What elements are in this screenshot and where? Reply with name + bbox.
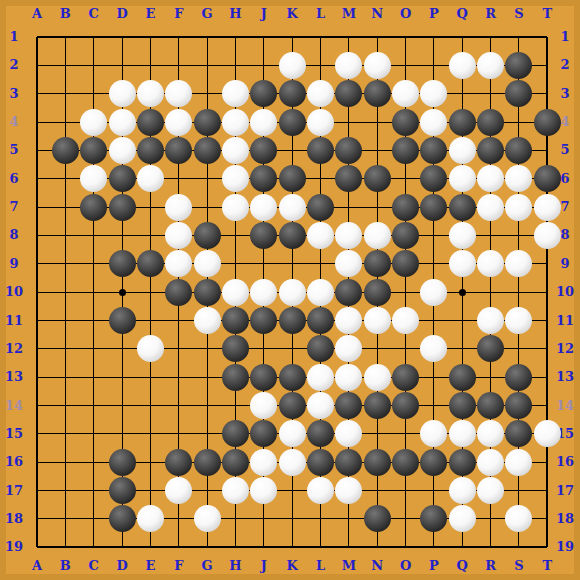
intersection-D14[interactable] bbox=[108, 391, 136, 419]
intersection-O12[interactable] bbox=[391, 335, 419, 363]
intersection-S13[interactable] bbox=[505, 363, 533, 391]
intersection-M6[interactable] bbox=[335, 165, 363, 193]
intersection-A17[interactable] bbox=[23, 476, 51, 504]
intersection-R17[interactable] bbox=[476, 476, 504, 504]
intersection-C15[interactable] bbox=[79, 420, 107, 448]
intersection-M15[interactable] bbox=[335, 420, 363, 448]
intersection-B6[interactable] bbox=[51, 165, 79, 193]
intersection-P9[interactable] bbox=[420, 250, 448, 278]
intersection-O18[interactable] bbox=[391, 505, 419, 533]
intersection-J17[interactable] bbox=[250, 476, 278, 504]
intersection-T8[interactable] bbox=[533, 221, 561, 249]
intersection-T15[interactable] bbox=[533, 420, 561, 448]
intersection-Q4[interactable] bbox=[448, 108, 476, 136]
intersection-F10[interactable] bbox=[165, 278, 193, 306]
intersection-K13[interactable] bbox=[278, 363, 306, 391]
intersection-C16[interactable] bbox=[79, 448, 107, 476]
intersection-B1[interactable] bbox=[51, 23, 79, 51]
intersection-M17[interactable] bbox=[335, 476, 363, 504]
intersection-A1[interactable] bbox=[23, 23, 51, 51]
intersection-C7[interactable] bbox=[79, 193, 107, 221]
intersection-Q1[interactable] bbox=[448, 23, 476, 51]
intersection-P1[interactable] bbox=[420, 23, 448, 51]
intersection-A11[interactable] bbox=[23, 306, 51, 334]
intersection-L4[interactable] bbox=[306, 108, 334, 136]
intersection-K7[interactable] bbox=[278, 193, 306, 221]
intersection-N7[interactable] bbox=[363, 193, 391, 221]
intersection-H11[interactable] bbox=[221, 306, 249, 334]
intersection-H14[interactable] bbox=[221, 391, 249, 419]
intersection-F7[interactable] bbox=[165, 193, 193, 221]
intersection-A5[interactable] bbox=[23, 136, 51, 164]
intersection-P17[interactable] bbox=[420, 476, 448, 504]
intersection-O16[interactable] bbox=[391, 448, 419, 476]
intersection-H2[interactable] bbox=[221, 51, 249, 79]
intersection-A18[interactable] bbox=[23, 505, 51, 533]
intersection-J5[interactable] bbox=[250, 136, 278, 164]
intersection-J8[interactable] bbox=[250, 221, 278, 249]
intersection-O14[interactable] bbox=[391, 391, 419, 419]
intersection-R1[interactable] bbox=[476, 23, 504, 51]
intersection-J2[interactable] bbox=[250, 51, 278, 79]
intersection-B14[interactable] bbox=[51, 391, 79, 419]
intersection-H10[interactable] bbox=[221, 278, 249, 306]
intersection-G9[interactable] bbox=[193, 250, 221, 278]
intersection-B12[interactable] bbox=[51, 335, 79, 363]
intersection-D17[interactable] bbox=[108, 476, 136, 504]
intersection-J1[interactable] bbox=[250, 23, 278, 51]
intersection-P2[interactable] bbox=[420, 51, 448, 79]
intersection-L2[interactable] bbox=[306, 51, 334, 79]
intersection-B2[interactable] bbox=[51, 51, 79, 79]
intersection-S3[interactable] bbox=[505, 79, 533, 107]
intersection-K8[interactable] bbox=[278, 221, 306, 249]
intersection-P15[interactable] bbox=[420, 420, 448, 448]
intersection-R13[interactable] bbox=[476, 363, 504, 391]
intersection-C1[interactable] bbox=[79, 23, 107, 51]
intersection-S17[interactable] bbox=[505, 476, 533, 504]
intersection-O9[interactable] bbox=[391, 250, 419, 278]
intersection-D2[interactable] bbox=[108, 51, 136, 79]
intersection-M11[interactable] bbox=[335, 306, 363, 334]
intersection-J15[interactable] bbox=[250, 420, 278, 448]
intersection-S5[interactable] bbox=[505, 136, 533, 164]
intersection-C11[interactable] bbox=[79, 306, 107, 334]
intersection-R10[interactable] bbox=[476, 278, 504, 306]
intersection-D10[interactable] bbox=[108, 278, 136, 306]
intersection-R3[interactable] bbox=[476, 79, 504, 107]
intersection-K11[interactable] bbox=[278, 306, 306, 334]
intersection-M10[interactable] bbox=[335, 278, 363, 306]
intersection-J13[interactable] bbox=[250, 363, 278, 391]
intersection-S9[interactable] bbox=[505, 250, 533, 278]
intersection-R9[interactable] bbox=[476, 250, 504, 278]
intersection-E7[interactable] bbox=[136, 193, 164, 221]
intersection-H12[interactable] bbox=[221, 335, 249, 363]
intersection-J3[interactable] bbox=[250, 79, 278, 107]
intersection-P4[interactable] bbox=[420, 108, 448, 136]
intersection-M8[interactable] bbox=[335, 221, 363, 249]
intersection-E10[interactable] bbox=[136, 278, 164, 306]
intersection-S7[interactable] bbox=[505, 193, 533, 221]
intersection-G10[interactable] bbox=[193, 278, 221, 306]
intersection-R6[interactable] bbox=[476, 165, 504, 193]
intersection-Q18[interactable] bbox=[448, 505, 476, 533]
intersection-D16[interactable] bbox=[108, 448, 136, 476]
intersection-C14[interactable] bbox=[79, 391, 107, 419]
intersection-G14[interactable] bbox=[193, 391, 221, 419]
intersection-Q5[interactable] bbox=[448, 136, 476, 164]
intersection-M3[interactable] bbox=[335, 79, 363, 107]
intersection-D8[interactable] bbox=[108, 221, 136, 249]
intersection-P16[interactable] bbox=[420, 448, 448, 476]
intersection-G6[interactable] bbox=[193, 165, 221, 193]
intersection-N10[interactable] bbox=[363, 278, 391, 306]
intersection-A15[interactable] bbox=[23, 420, 51, 448]
intersection-N5[interactable] bbox=[363, 136, 391, 164]
intersection-E17[interactable] bbox=[136, 476, 164, 504]
intersection-M14[interactable] bbox=[335, 391, 363, 419]
intersection-N14[interactable] bbox=[363, 391, 391, 419]
intersection-F2[interactable] bbox=[165, 51, 193, 79]
intersection-O15[interactable] bbox=[391, 420, 419, 448]
intersection-L13[interactable] bbox=[306, 363, 334, 391]
intersection-C13[interactable] bbox=[79, 363, 107, 391]
intersection-B11[interactable] bbox=[51, 306, 79, 334]
intersection-T4[interactable] bbox=[533, 108, 561, 136]
intersection-L5[interactable] bbox=[306, 136, 334, 164]
intersection-H13[interactable] bbox=[221, 363, 249, 391]
intersection-K9[interactable] bbox=[278, 250, 306, 278]
intersection-B17[interactable] bbox=[51, 476, 79, 504]
intersection-L6[interactable] bbox=[306, 165, 334, 193]
intersection-K14[interactable] bbox=[278, 391, 306, 419]
intersection-O17[interactable] bbox=[391, 476, 419, 504]
intersection-E1[interactable] bbox=[136, 23, 164, 51]
intersection-M1[interactable] bbox=[335, 23, 363, 51]
intersection-F12[interactable] bbox=[165, 335, 193, 363]
intersection-R12[interactable] bbox=[476, 335, 504, 363]
intersection-J4[interactable] bbox=[250, 108, 278, 136]
intersection-K16[interactable] bbox=[278, 448, 306, 476]
intersection-A6[interactable] bbox=[23, 165, 51, 193]
intersection-G17[interactable] bbox=[193, 476, 221, 504]
intersection-R8[interactable] bbox=[476, 221, 504, 249]
intersection-Q16[interactable] bbox=[448, 448, 476, 476]
intersection-Q14[interactable] bbox=[448, 391, 476, 419]
intersection-F18[interactable] bbox=[165, 505, 193, 533]
intersection-C17[interactable] bbox=[79, 476, 107, 504]
intersection-K15[interactable] bbox=[278, 420, 306, 448]
intersection-Q15[interactable] bbox=[448, 420, 476, 448]
intersection-B3[interactable] bbox=[51, 79, 79, 107]
intersection-M5[interactable] bbox=[335, 136, 363, 164]
intersection-P10[interactable] bbox=[420, 278, 448, 306]
intersection-P5[interactable] bbox=[420, 136, 448, 164]
intersection-F15[interactable] bbox=[165, 420, 193, 448]
intersection-E14[interactable] bbox=[136, 391, 164, 419]
intersection-M16[interactable] bbox=[335, 448, 363, 476]
intersection-J9[interactable] bbox=[250, 250, 278, 278]
intersection-N9[interactable] bbox=[363, 250, 391, 278]
intersection-D9[interactable] bbox=[108, 250, 136, 278]
intersection-P8[interactable] bbox=[420, 221, 448, 249]
intersection-N6[interactable] bbox=[363, 165, 391, 193]
intersection-M18[interactable] bbox=[335, 505, 363, 533]
intersection-G5[interactable] bbox=[193, 136, 221, 164]
intersection-N16[interactable] bbox=[363, 448, 391, 476]
intersection-L7[interactable] bbox=[306, 193, 334, 221]
intersection-L15[interactable] bbox=[306, 420, 334, 448]
intersection-H9[interactable] bbox=[221, 250, 249, 278]
intersection-E9[interactable] bbox=[136, 250, 164, 278]
intersection-R2[interactable] bbox=[476, 51, 504, 79]
intersection-D7[interactable] bbox=[108, 193, 136, 221]
intersection-K17[interactable] bbox=[278, 476, 306, 504]
intersection-L16[interactable] bbox=[306, 448, 334, 476]
intersection-S8[interactable] bbox=[505, 221, 533, 249]
intersection-N1[interactable] bbox=[363, 23, 391, 51]
intersection-Q17[interactable] bbox=[448, 476, 476, 504]
intersection-S2[interactable] bbox=[505, 51, 533, 79]
intersection-L12[interactable] bbox=[306, 335, 334, 363]
intersection-M7[interactable] bbox=[335, 193, 363, 221]
intersection-O7[interactable] bbox=[391, 193, 419, 221]
intersection-H17[interactable] bbox=[221, 476, 249, 504]
intersection-J14[interactable] bbox=[250, 391, 278, 419]
intersection-P3[interactable] bbox=[420, 79, 448, 107]
intersection-K1[interactable] bbox=[278, 23, 306, 51]
intersection-H3[interactable] bbox=[221, 79, 249, 107]
intersection-R14[interactable] bbox=[476, 391, 504, 419]
intersection-O11[interactable] bbox=[391, 306, 419, 334]
intersection-A13[interactable] bbox=[23, 363, 51, 391]
intersection-H7[interactable] bbox=[221, 193, 249, 221]
intersection-N2[interactable] bbox=[363, 51, 391, 79]
intersection-G18[interactable] bbox=[193, 505, 221, 533]
intersection-Q11[interactable] bbox=[448, 306, 476, 334]
intersection-E12[interactable] bbox=[136, 335, 164, 363]
intersection-R4[interactable] bbox=[476, 108, 504, 136]
intersection-S16[interactable] bbox=[505, 448, 533, 476]
intersection-J6[interactable] bbox=[250, 165, 278, 193]
intersection-C8[interactable] bbox=[79, 221, 107, 249]
intersection-Q6[interactable] bbox=[448, 165, 476, 193]
intersection-B18[interactable] bbox=[51, 505, 79, 533]
intersection-E3[interactable] bbox=[136, 79, 164, 107]
intersection-R15[interactable] bbox=[476, 420, 504, 448]
intersection-E11[interactable] bbox=[136, 306, 164, 334]
intersection-F9[interactable] bbox=[165, 250, 193, 278]
intersection-L14[interactable] bbox=[306, 391, 334, 419]
intersection-D15[interactable] bbox=[108, 420, 136, 448]
intersection-Q9[interactable] bbox=[448, 250, 476, 278]
intersection-M2[interactable] bbox=[335, 51, 363, 79]
intersection-Q8[interactable] bbox=[448, 221, 476, 249]
intersection-E6[interactable] bbox=[136, 165, 164, 193]
intersection-P11[interactable] bbox=[420, 306, 448, 334]
intersection-N11[interactable] bbox=[363, 306, 391, 334]
intersection-J10[interactable] bbox=[250, 278, 278, 306]
intersection-S11[interactable] bbox=[505, 306, 533, 334]
intersection-E16[interactable] bbox=[136, 448, 164, 476]
intersection-O2[interactable] bbox=[391, 51, 419, 79]
intersection-G2[interactable] bbox=[193, 51, 221, 79]
intersection-M12[interactable] bbox=[335, 335, 363, 363]
intersection-N18[interactable] bbox=[363, 505, 391, 533]
intersection-J18[interactable] bbox=[250, 505, 278, 533]
intersection-F17[interactable] bbox=[165, 476, 193, 504]
intersection-H1[interactable] bbox=[221, 23, 249, 51]
intersection-T7[interactable] bbox=[533, 193, 561, 221]
intersection-F16[interactable] bbox=[165, 448, 193, 476]
intersection-B9[interactable] bbox=[51, 250, 79, 278]
intersection-R11[interactable] bbox=[476, 306, 504, 334]
intersection-A14[interactable] bbox=[23, 391, 51, 419]
intersection-S18[interactable] bbox=[505, 505, 533, 533]
intersection-C6[interactable] bbox=[79, 165, 107, 193]
intersection-D11[interactable] bbox=[108, 306, 136, 334]
intersection-H15[interactable] bbox=[221, 420, 249, 448]
intersection-F13[interactable] bbox=[165, 363, 193, 391]
intersection-K5[interactable] bbox=[278, 136, 306, 164]
intersection-H8[interactable] bbox=[221, 221, 249, 249]
intersection-D18[interactable] bbox=[108, 505, 136, 533]
intersection-C9[interactable] bbox=[79, 250, 107, 278]
intersection-M13[interactable] bbox=[335, 363, 363, 391]
intersection-P6[interactable] bbox=[420, 165, 448, 193]
intersection-E15[interactable] bbox=[136, 420, 164, 448]
intersection-H16[interactable] bbox=[221, 448, 249, 476]
intersection-B5[interactable] bbox=[51, 136, 79, 164]
intersection-G4[interactable] bbox=[193, 108, 221, 136]
intersection-N17[interactable] bbox=[363, 476, 391, 504]
intersection-H6[interactable] bbox=[221, 165, 249, 193]
intersection-Q13[interactable] bbox=[448, 363, 476, 391]
intersection-O6[interactable] bbox=[391, 165, 419, 193]
intersection-F6[interactable] bbox=[165, 165, 193, 193]
intersection-Q10[interactable] bbox=[448, 278, 476, 306]
intersection-J12[interactable] bbox=[250, 335, 278, 363]
intersection-C10[interactable] bbox=[79, 278, 107, 306]
intersection-A7[interactable] bbox=[23, 193, 51, 221]
intersection-P13[interactable] bbox=[420, 363, 448, 391]
intersection-G13[interactable] bbox=[193, 363, 221, 391]
intersection-B15[interactable] bbox=[51, 420, 79, 448]
intersection-B16[interactable] bbox=[51, 448, 79, 476]
intersection-F3[interactable] bbox=[165, 79, 193, 107]
intersection-H18[interactable] bbox=[221, 505, 249, 533]
intersection-C18[interactable] bbox=[79, 505, 107, 533]
intersection-S10[interactable] bbox=[505, 278, 533, 306]
intersection-D13[interactable] bbox=[108, 363, 136, 391]
intersection-K6[interactable] bbox=[278, 165, 306, 193]
intersection-G12[interactable] bbox=[193, 335, 221, 363]
intersection-E4[interactable] bbox=[136, 108, 164, 136]
intersection-N3[interactable] bbox=[363, 79, 391, 107]
intersection-G15[interactable] bbox=[193, 420, 221, 448]
intersection-Q7[interactable] bbox=[448, 193, 476, 221]
intersection-P12[interactable] bbox=[420, 335, 448, 363]
intersection-R18[interactable] bbox=[476, 505, 504, 533]
intersection-S4[interactable] bbox=[505, 108, 533, 136]
intersection-Q3[interactable] bbox=[448, 79, 476, 107]
intersection-N8[interactable] bbox=[363, 221, 391, 249]
intersection-K12[interactable] bbox=[278, 335, 306, 363]
intersection-A3[interactable] bbox=[23, 79, 51, 107]
intersection-L3[interactable] bbox=[306, 79, 334, 107]
intersection-B13[interactable] bbox=[51, 363, 79, 391]
intersection-L9[interactable] bbox=[306, 250, 334, 278]
intersection-G3[interactable] bbox=[193, 79, 221, 107]
intersection-D1[interactable] bbox=[108, 23, 136, 51]
intersection-J11[interactable] bbox=[250, 306, 278, 334]
intersection-C5[interactable] bbox=[79, 136, 107, 164]
intersection-H5[interactable] bbox=[221, 136, 249, 164]
intersection-C2[interactable] bbox=[79, 51, 107, 79]
intersection-L18[interactable] bbox=[306, 505, 334, 533]
intersection-L1[interactable] bbox=[306, 23, 334, 51]
intersection-N12[interactable] bbox=[363, 335, 391, 363]
intersection-A16[interactable] bbox=[23, 448, 51, 476]
intersection-F11[interactable] bbox=[165, 306, 193, 334]
intersection-D6[interactable] bbox=[108, 165, 136, 193]
intersection-O1[interactable] bbox=[391, 23, 419, 51]
intersection-G8[interactable] bbox=[193, 221, 221, 249]
intersection-E2[interactable] bbox=[136, 51, 164, 79]
intersection-J16[interactable] bbox=[250, 448, 278, 476]
intersection-D12[interactable] bbox=[108, 335, 136, 363]
intersection-F5[interactable] bbox=[165, 136, 193, 164]
intersection-S6[interactable] bbox=[505, 165, 533, 193]
intersection-J7[interactable] bbox=[250, 193, 278, 221]
intersection-M9[interactable] bbox=[335, 250, 363, 278]
intersection-A10[interactable] bbox=[23, 278, 51, 306]
intersection-N15[interactable] bbox=[363, 420, 391, 448]
intersection-A2[interactable] bbox=[23, 51, 51, 79]
intersection-E18[interactable] bbox=[136, 505, 164, 533]
intersection-O5[interactable] bbox=[391, 136, 419, 164]
intersection-R16[interactable] bbox=[476, 448, 504, 476]
intersection-F14[interactable] bbox=[165, 391, 193, 419]
intersection-B10[interactable] bbox=[51, 278, 79, 306]
intersection-G7[interactable] bbox=[193, 193, 221, 221]
intersection-D4[interactable] bbox=[108, 108, 136, 136]
intersection-L11[interactable] bbox=[306, 306, 334, 334]
intersection-K3[interactable] bbox=[278, 79, 306, 107]
intersection-Q2[interactable] bbox=[448, 51, 476, 79]
intersection-K2[interactable] bbox=[278, 51, 306, 79]
intersection-K10[interactable] bbox=[278, 278, 306, 306]
intersection-G1[interactable] bbox=[193, 23, 221, 51]
intersection-O8[interactable] bbox=[391, 221, 419, 249]
intersection-S1[interactable] bbox=[505, 23, 533, 51]
intersection-D5[interactable] bbox=[108, 136, 136, 164]
intersection-G16[interactable] bbox=[193, 448, 221, 476]
intersection-C4[interactable] bbox=[79, 108, 107, 136]
intersection-O10[interactable] bbox=[391, 278, 419, 306]
intersection-A4[interactable] bbox=[23, 108, 51, 136]
intersection-C12[interactable] bbox=[79, 335, 107, 363]
intersection-D3[interactable] bbox=[108, 79, 136, 107]
intersection-O3[interactable] bbox=[391, 79, 419, 107]
intersection-Q12[interactable] bbox=[448, 335, 476, 363]
intersection-N13[interactable] bbox=[363, 363, 391, 391]
intersection-R5[interactable] bbox=[476, 136, 504, 164]
intersection-S12[interactable] bbox=[505, 335, 533, 363]
intersection-O13[interactable] bbox=[391, 363, 419, 391]
intersection-P18[interactable] bbox=[420, 505, 448, 533]
